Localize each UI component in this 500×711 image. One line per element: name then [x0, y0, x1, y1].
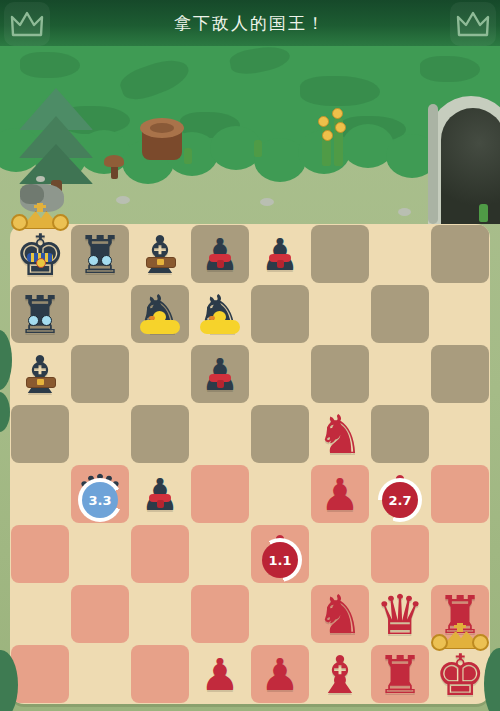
piece-black-pawn-c4[interactable]: ♟ [130, 464, 190, 524]
badge-value: 1.1 [262, 542, 298, 578]
bishop-glyph: ♝ [10, 344, 70, 404]
value-badge: 1.1 [258, 538, 302, 582]
belt-icon [146, 257, 176, 268]
piece-red-knight-f5[interactable]: ♞ [310, 404, 370, 464]
crown-cross-icon [457, 623, 463, 632]
bishop-glyph: ♝ [310, 644, 370, 704]
knight-glyph: ♞ [310, 404, 370, 464]
scarf-icon [149, 494, 171, 502]
rook-glyph: ♜ [370, 644, 430, 704]
piece-black-bishop-c8[interactable]: ♝ [130, 224, 190, 284]
value-badge: 3.3 [78, 478, 122, 522]
crown-coin-icon [431, 634, 448, 651]
piece-red-rook-g1[interactable]: ♜ [370, 644, 430, 704]
board-pieces: ♚♜♝♟♟♜♞♞♝♟♞♛3.3♟♟♝2.7♝1.1♞♛♜♟♟♝♜♚ [10, 224, 490, 704]
piece-black-knight-c7[interactable]: ♞ [130, 284, 190, 344]
pine-tree [14, 88, 98, 193]
pebble [36, 176, 45, 182]
rook-glyph: ♜ [10, 284, 70, 344]
chess-board: ♚♜♝♟♟♜♞♞♝♟♞♛3.3♟♟♝2.7♝1.1♞♛♜♟♟♝♜♚ [10, 224, 490, 704]
piece-black-pawn-d6[interactable]: ♟ [190, 344, 250, 404]
piece-black-queen-b4[interactable]: ♛3.3 [70, 464, 130, 524]
crown-coin-icon [52, 214, 69, 231]
leaf-blob [117, 53, 193, 105]
crown-coin-icon [11, 214, 28, 231]
knight-glyph: ♞ [310, 584, 370, 644]
king-glyph: ♚ [430, 644, 490, 704]
game-screen: ♚♜♝♟♟♜♞♞♝♟♞♛3.3♟♟♝2.7♝1.1♞♛♜♟♟♝♜♚ 拿下敌人的国… [0, 0, 500, 711]
leaf-blob [420, 56, 480, 82]
piece-red-bishop-f1[interactable]: ♝ [310, 644, 370, 704]
duck-icon [200, 320, 240, 334]
leaf-blob [20, 52, 80, 78]
duck-icon [140, 320, 180, 334]
sprout [479, 204, 488, 222]
piece-red-knight-f2[interactable]: ♞ [310, 584, 370, 644]
sprout [184, 148, 192, 164]
scarf-icon [209, 374, 231, 382]
pawn-glyph: ♟ [310, 464, 370, 524]
piece-red-pawn-f4[interactable]: ♟ [310, 464, 370, 524]
crown-cross-icon [37, 203, 43, 212]
piece-black-knight-d7[interactable]: ♞ [190, 284, 250, 344]
badge-value: 2.7 [382, 482, 418, 518]
piece-black-king-a8[interactable]: ♚ [10, 224, 70, 284]
queen-glyph: ♛ [370, 584, 430, 644]
stone-archway [428, 96, 500, 224]
rook-glyph: ♜ [70, 224, 130, 284]
piece-black-rook-b8[interactable]: ♜ [70, 224, 130, 284]
bishop-glyph: ♝ [130, 224, 190, 284]
goggles-icon [28, 315, 52, 325]
medal-icon [27, 253, 53, 262]
goggles-icon [88, 255, 112, 265]
top-bar: 拿下敌人的国王！ [0, 0, 500, 46]
scarf-icon [269, 254, 291, 262]
pebble [116, 196, 130, 204]
sprout [254, 140, 262, 157]
crown-icon[interactable] [450, 2, 496, 46]
gold-flowers [318, 108, 348, 166]
piece-red-bishop-g4[interactable]: ♝2.7 [370, 464, 430, 524]
value-badge: 2.7 [378, 478, 422, 522]
piece-black-pawn-e8[interactable]: ♟ [250, 224, 310, 284]
pawn-glyph: ♟ [190, 644, 250, 704]
tree-stump [140, 118, 184, 164]
piece-black-pawn-d8[interactable]: ♟ [190, 224, 250, 284]
pawn-glyph: ♟ [250, 644, 310, 704]
piece-red-pawn-d1[interactable]: ♟ [190, 644, 250, 704]
pebble [260, 198, 274, 206]
mushroom [104, 155, 124, 179]
piece-red-pawn-e1[interactable]: ♟ [250, 644, 310, 704]
piece-red-bishop-e3[interactable]: ♝1.1 [250, 524, 310, 584]
objective-text: 拿下敌人的国王！ [0, 0, 500, 46]
bush [0, 392, 10, 432]
piece-red-queen-g2[interactable]: ♛ [370, 584, 430, 644]
pebble [398, 208, 411, 216]
scarf-icon [209, 254, 231, 262]
leaf-blob [228, 43, 291, 77]
leaf-blob [300, 76, 380, 106]
piece-black-bishop-a6[interactable]: ♝ [10, 344, 70, 404]
piece-black-rook-a7[interactable]: ♜ [10, 284, 70, 344]
belt-icon [26, 377, 56, 388]
piece-red-king-h1[interactable]: ♚ [430, 644, 490, 704]
crown-coin-icon [472, 634, 489, 651]
badge-value: 3.3 [82, 482, 118, 518]
